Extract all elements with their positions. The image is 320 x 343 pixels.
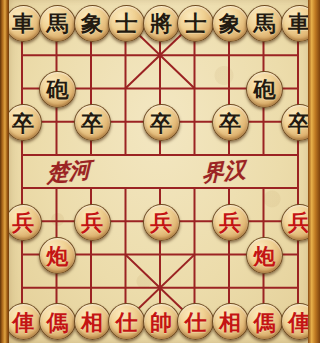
piece-black-卒[interactable]: 卒 xyxy=(74,104,111,141)
river-text-left: 楚河 xyxy=(47,155,91,190)
piece-glyph: 兵 xyxy=(288,211,310,233)
wood-rail-right xyxy=(308,0,320,343)
piece-red-兵[interactable]: 兵 xyxy=(5,204,42,241)
piece-glyph: 炮 xyxy=(47,245,69,267)
piece-glyph: 砲 xyxy=(254,78,276,100)
piece-glyph: 車 xyxy=(12,12,34,34)
piece-glyph: 卒 xyxy=(150,112,172,134)
river-label-han-jie: 界汉 xyxy=(202,156,278,188)
piece-red-帥[interactable]: 帥 xyxy=(143,303,180,340)
piece-glyph: 相 xyxy=(81,311,103,333)
piece-glyph: 兵 xyxy=(81,211,103,233)
piece-red-相[interactable]: 相 xyxy=(74,303,111,340)
piece-glyph: 帥 xyxy=(150,311,172,333)
piece-black-象[interactable]: 象 xyxy=(212,5,249,42)
piece-red-兵[interactable]: 兵 xyxy=(74,204,111,241)
piece-black-馬[interactable]: 馬 xyxy=(246,5,283,42)
piece-black-車[interactable]: 車 xyxy=(5,5,42,42)
piece-glyph: 卒 xyxy=(12,112,34,134)
piece-black-砲[interactable]: 砲 xyxy=(246,71,283,108)
piece-black-卒[interactable]: 卒 xyxy=(143,104,180,141)
piece-red-相[interactable]: 相 xyxy=(212,303,249,340)
piece-red-炮[interactable]: 炮 xyxy=(39,237,76,274)
piece-glyph: 砲 xyxy=(47,78,69,100)
piece-glyph: 馬 xyxy=(47,12,69,34)
piece-glyph: 仕 xyxy=(185,311,207,333)
piece-glyph: 車 xyxy=(288,12,310,34)
river-text-right: 界汉 xyxy=(202,155,246,190)
piece-glyph: 將 xyxy=(150,12,172,34)
piece-red-炮[interactable]: 炮 xyxy=(246,237,283,274)
piece-black-砲[interactable]: 砲 xyxy=(39,71,76,108)
piece-glyph: 士 xyxy=(185,12,207,34)
piece-glyph: 士 xyxy=(116,12,138,34)
wood-rail-left xyxy=(0,0,9,343)
piece-glyph: 卒 xyxy=(81,112,103,134)
piece-black-士[interactable]: 士 xyxy=(177,5,214,42)
piece-black-士[interactable]: 士 xyxy=(108,5,145,42)
piece-glyph: 象 xyxy=(219,12,241,34)
piece-glyph: 馬 xyxy=(254,12,276,34)
piece-glyph: 兵 xyxy=(12,211,34,233)
piece-glyph: 兵 xyxy=(150,211,172,233)
piece-glyph: 卒 xyxy=(288,112,310,134)
piece-glyph: 傌 xyxy=(47,311,69,333)
piece-glyph: 俥 xyxy=(288,311,310,333)
piece-glyph: 傌 xyxy=(254,311,276,333)
piece-red-俥[interactable]: 俥 xyxy=(5,303,42,340)
piece-black-卒[interactable]: 卒 xyxy=(212,104,249,141)
piece-black-象[interactable]: 象 xyxy=(74,5,111,42)
piece-glyph: 炮 xyxy=(254,245,276,267)
piece-glyph: 卒 xyxy=(219,112,241,134)
xiangqi-board-screen: 楚河 界汉 車馬象士將士象馬車砲砲卒卒卒卒卒兵兵兵兵兵炮炮俥傌相仕帥仕相傌俥 xyxy=(0,0,320,343)
piece-glyph: 相 xyxy=(219,311,241,333)
piece-black-卒[interactable]: 卒 xyxy=(5,104,42,141)
piece-red-兵[interactable]: 兵 xyxy=(143,204,180,241)
piece-glyph: 兵 xyxy=(219,211,241,233)
river-label-chu-he: 楚河 xyxy=(47,156,119,188)
piece-black-將[interactable]: 將 xyxy=(143,5,180,42)
piece-glyph: 仕 xyxy=(116,311,138,333)
piece-black-馬[interactable]: 馬 xyxy=(39,5,76,42)
piece-red-兵[interactable]: 兵 xyxy=(212,204,249,241)
piece-glyph: 象 xyxy=(81,12,103,34)
piece-glyph: 俥 xyxy=(12,311,34,333)
